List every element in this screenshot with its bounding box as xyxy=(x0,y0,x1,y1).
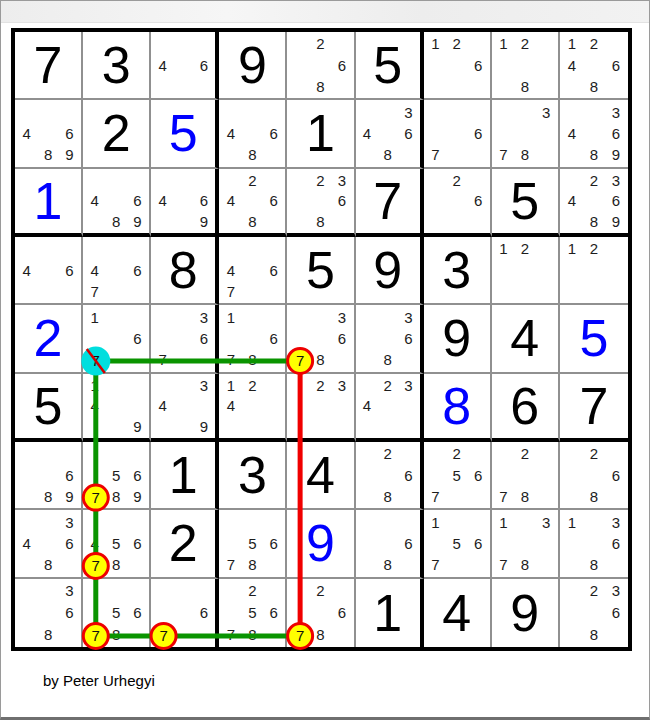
candidate-grid: 5678 xyxy=(84,580,148,646)
candidate-4: 4 xyxy=(84,533,105,554)
candidate-3: 3 xyxy=(536,511,557,532)
candidate-6: 6 xyxy=(467,123,488,144)
cell-r1c4[interactable]: 9 xyxy=(219,32,287,100)
candidate-3: 3 xyxy=(194,375,215,396)
candidate-2: 2 xyxy=(242,375,263,396)
cell-r7c8[interactable]: 278 xyxy=(492,442,560,510)
candidate-7: 7 xyxy=(288,349,309,370)
window-top-strip xyxy=(1,1,649,23)
candidate-8: 8 xyxy=(583,144,605,165)
candidate-6: 6 xyxy=(263,190,284,211)
cell-r5c7[interactable]: 9 xyxy=(424,305,492,373)
candidate-5: 5 xyxy=(105,602,126,624)
candidate-4: 4 xyxy=(84,190,105,211)
value-digit: 2 xyxy=(15,305,81,371)
cell-r7c3[interactable]: 1 xyxy=(151,442,219,510)
cell-r4c5[interactable]: 5 xyxy=(287,237,355,305)
candidate-grid: 278 xyxy=(493,443,557,507)
candidate-2: 2 xyxy=(446,33,467,54)
cell-r2c5[interactable]: 1 xyxy=(287,100,355,168)
cell-r1c8[interactable]: 128 xyxy=(492,32,560,100)
candidate-8: 8 xyxy=(377,554,398,575)
candidate-4: 4 xyxy=(357,395,378,416)
cell-r9c1[interactable]: 368 xyxy=(15,579,83,647)
cell-r1c2[interactable]: 3 xyxy=(83,32,151,100)
candidate-6: 6 xyxy=(194,602,215,624)
candidate-6: 6 xyxy=(127,328,148,349)
candidate-7: 7 xyxy=(493,486,514,507)
candidate-7: 7 xyxy=(84,281,105,302)
cell-r1c7[interactable]: 126 xyxy=(424,32,492,100)
candidate-8: 8 xyxy=(37,144,58,165)
candidate-8: 8 xyxy=(105,486,126,507)
cell-r6c4[interactable]: 124 xyxy=(219,374,287,442)
candidate-2: 2 xyxy=(446,443,467,464)
candidate-8: 8 xyxy=(105,554,126,575)
candidate-8: 8 xyxy=(583,486,605,507)
cell-r6c7[interactable]: 8 xyxy=(424,374,492,442)
cell-r8c8[interactable]: 1378 xyxy=(492,510,560,578)
candidate-grid: 1378 xyxy=(493,511,557,575)
candidate-grid: 368 xyxy=(16,580,80,646)
candidate-8: 8 xyxy=(242,624,263,646)
candidate-8: 8 xyxy=(377,486,398,507)
candidate-6: 6 xyxy=(605,123,627,144)
candidate-4: 4 xyxy=(152,395,173,416)
candidate-grid: 126 xyxy=(425,33,489,97)
candidate-2: 2 xyxy=(242,170,263,191)
cell-r3c2[interactable]: 4689 xyxy=(83,169,151,237)
candidate-grid: 349 xyxy=(152,375,214,437)
candidate-6: 6 xyxy=(127,533,148,554)
candidate-grid: 469 xyxy=(152,170,214,232)
candidate-5: 5 xyxy=(242,602,263,624)
candidate-6: 6 xyxy=(263,259,284,280)
candidate-grid: 46 xyxy=(152,33,214,97)
candidate-6: 6 xyxy=(59,123,80,144)
value-digit: 8 xyxy=(151,237,215,303)
candidate-2: 2 xyxy=(583,33,605,54)
value-digit: 2 xyxy=(83,100,149,166)
cell-r5c3[interactable]: 367 xyxy=(151,305,219,373)
cell-r9c4[interactable]: 25678 xyxy=(219,579,287,647)
candidate-3: 3 xyxy=(605,170,627,191)
cell-r4c3[interactable]: 8 xyxy=(151,237,219,305)
value-digit: 2 xyxy=(151,510,215,576)
candidate-7: 7 xyxy=(220,554,241,575)
cell-r3c6[interactable]: 7 xyxy=(356,169,424,237)
candidate-8: 8 xyxy=(105,211,126,232)
candidate-1: 1 xyxy=(561,511,583,532)
cell-r6c6[interactable]: 234 xyxy=(356,374,424,442)
cell-r1c6[interactable]: 5 xyxy=(356,32,424,100)
candidate-4: 4 xyxy=(561,190,583,211)
cell-r2c9[interactable]: 34689 xyxy=(560,100,628,168)
candidate-6: 6 xyxy=(127,464,148,485)
candidate-grid: 1678 xyxy=(220,306,284,370)
candidate-grid: 67 xyxy=(425,101,489,165)
candidate-6: 6 xyxy=(263,602,284,624)
candidate-7: 7 xyxy=(220,349,241,370)
cell-r8c7[interactable]: 1567 xyxy=(424,510,492,578)
cell-r2c4[interactable]: 468 xyxy=(219,100,287,168)
cell-r3c7[interactable]: 26 xyxy=(424,169,492,237)
cell-r1c5[interactable]: 268 xyxy=(287,32,355,100)
cell-r5c8[interactable]: 4 xyxy=(492,305,560,373)
candidate-grid: 689 xyxy=(16,443,80,507)
candidate-grid: 367 xyxy=(152,306,214,370)
candidate-5: 5 xyxy=(105,533,126,554)
cell-r2c2[interactable]: 2 xyxy=(83,100,151,168)
candidate-1: 1 xyxy=(493,33,514,54)
cell-r6c9[interactable]: 7 xyxy=(560,374,628,442)
candidate-8: 8 xyxy=(242,211,263,232)
candidate-6: 6 xyxy=(194,54,215,75)
cell-r7c6[interactable]: 268 xyxy=(356,442,424,510)
candidate-7: 7 xyxy=(84,486,105,507)
candidate-grid: 167 xyxy=(84,306,148,370)
candidate-3: 3 xyxy=(331,170,352,191)
cell-r6c8[interactable]: 6 xyxy=(492,374,560,442)
cell-r5c9[interactable]: 5 xyxy=(560,305,628,373)
cell-r2c7[interactable]: 67 xyxy=(424,100,492,168)
candidate-6: 6 xyxy=(398,464,419,485)
candidate-7: 7 xyxy=(288,624,309,646)
candidate-7: 7 xyxy=(152,349,173,370)
candidate-grid: 268 xyxy=(288,33,352,97)
candidate-grid: 467 xyxy=(220,238,284,302)
candidate-4: 4 xyxy=(561,54,583,75)
candidate-2: 2 xyxy=(583,170,605,191)
cell-r4c8[interactable]: 12 xyxy=(492,237,560,305)
cell-r7c7[interactable]: 2567 xyxy=(424,442,492,510)
candidate-4: 4 xyxy=(561,123,583,144)
cell-r3c4[interactable]: 2468 xyxy=(219,169,287,237)
candidate-8: 8 xyxy=(37,486,58,507)
candidate-6: 6 xyxy=(127,602,148,624)
candidate-8: 8 xyxy=(310,349,331,370)
cell-r9c9[interactable]: 2368 xyxy=(560,579,628,647)
cell-r4c2[interactable]: 467 xyxy=(83,237,151,305)
candidate-9: 9 xyxy=(127,416,148,437)
candidate-4: 4 xyxy=(220,190,241,211)
candidate-8: 8 xyxy=(310,211,331,232)
cell-r5c2[interactable]: 167 xyxy=(83,305,151,373)
candidate-8: 8 xyxy=(242,349,263,370)
candidate-6: 6 xyxy=(331,602,352,624)
value-digit: 4 xyxy=(424,579,490,647)
value-digit: 4 xyxy=(287,442,353,508)
candidate-6: 6 xyxy=(331,54,352,75)
candidate-4: 4 xyxy=(16,123,37,144)
candidate-2: 2 xyxy=(583,443,605,464)
candidate-6: 6 xyxy=(263,328,284,349)
candidate-6: 6 xyxy=(605,464,627,485)
value-digit: 1 xyxy=(356,579,420,647)
candidate-8: 8 xyxy=(583,554,605,575)
cell-r7c1[interactable]: 689 xyxy=(15,442,83,510)
cell-r6c3[interactable]: 349 xyxy=(151,374,219,442)
candidate-4: 4 xyxy=(220,395,241,416)
cell-r5c4[interactable]: 1678 xyxy=(219,305,287,373)
candidate-7: 7 xyxy=(425,144,446,165)
candidate-grid: 25678 xyxy=(220,580,284,646)
cell-r4c1[interactable]: 46 xyxy=(15,237,83,305)
candidate-8: 8 xyxy=(37,624,58,646)
cell-r4c4[interactable]: 467 xyxy=(219,237,287,305)
cell-r9c8[interactable]: 9 xyxy=(492,579,560,647)
candidate-3: 3 xyxy=(59,580,80,602)
candidate-grid: 68 xyxy=(357,511,419,575)
candidate-6: 6 xyxy=(467,533,488,554)
candidate-4: 4 xyxy=(357,123,378,144)
candidate-grid: 149 xyxy=(84,375,148,437)
candidate-5: 5 xyxy=(242,533,263,554)
cell-r9c2[interactable]: 5678 xyxy=(83,579,151,647)
cell-r9c5[interactable]: 2678 xyxy=(287,579,355,647)
candidate-9: 9 xyxy=(605,144,627,165)
candidate-6: 6 xyxy=(127,259,148,280)
candidate-3: 3 xyxy=(605,101,627,122)
candidate-5: 5 xyxy=(105,464,126,485)
value-digit: 9 xyxy=(424,305,490,371)
candidate-9: 9 xyxy=(605,211,627,232)
cell-r2c8[interactable]: 378 xyxy=(492,100,560,168)
candidate-7: 7 xyxy=(220,624,241,646)
candidate-8: 8 xyxy=(514,144,535,165)
candidate-grid: 4689 xyxy=(84,170,148,232)
value-digit: 5 xyxy=(356,32,420,98)
cell-r2c3[interactable]: 5 xyxy=(151,100,219,168)
candidate-9: 9 xyxy=(59,486,80,507)
candidate-6: 6 xyxy=(59,602,80,624)
candidate-1: 1 xyxy=(220,306,241,327)
candidate-3: 3 xyxy=(536,101,557,122)
cell-r7c9[interactable]: 268 xyxy=(560,442,628,510)
cell-r2c6[interactable]: 3468 xyxy=(356,100,424,168)
cell-r3c5[interactable]: 2368 xyxy=(287,169,355,237)
cell-r8c6[interactable]: 68 xyxy=(356,510,424,578)
candidate-grid: 268 xyxy=(357,443,419,507)
candidate-6: 6 xyxy=(467,464,488,485)
candidate-1: 1 xyxy=(493,238,514,259)
candidate-2: 2 xyxy=(446,170,467,191)
cell-r8c5[interactable]: 9 xyxy=(287,510,355,578)
cell-r5c5[interactable]: 3678 xyxy=(287,305,355,373)
value-digit: 9 xyxy=(356,237,420,303)
cell-r6c5[interactable]: 23 xyxy=(287,374,355,442)
candidate-2: 2 xyxy=(310,33,331,54)
cell-r8c2[interactable]: 45678 xyxy=(83,510,151,578)
candidate-3: 3 xyxy=(398,101,419,122)
candidate-grid: 124 xyxy=(220,375,284,437)
candidate-6: 6 xyxy=(467,190,488,211)
candidate-grid: 26 xyxy=(425,170,489,232)
candidate-2: 2 xyxy=(242,580,263,602)
candidate-8: 8 xyxy=(310,76,331,97)
candidate-2: 2 xyxy=(583,238,605,259)
cell-r7c2[interactable]: 56789 xyxy=(83,442,151,510)
candidate-9: 9 xyxy=(127,211,148,232)
candidate-grid: 12468 xyxy=(561,33,627,97)
candidate-8: 8 xyxy=(377,349,398,370)
candidate-5: 5 xyxy=(446,533,467,554)
candidate-8: 8 xyxy=(514,486,535,507)
value-digit: 5 xyxy=(492,169,558,233)
cell-r1c1[interactable]: 7 xyxy=(15,32,83,100)
candidate-4: 4 xyxy=(16,259,37,280)
candidate-8: 8 xyxy=(583,624,605,646)
candidate-3: 3 xyxy=(59,511,80,532)
candidate-7: 7 xyxy=(220,281,241,302)
puzzle-window: 7346926851261281246846892546813468673783… xyxy=(0,0,650,720)
cell-r8c4[interactable]: 5678 xyxy=(219,510,287,578)
candidate-grid: 468 xyxy=(220,101,284,165)
value-digit: 7 xyxy=(356,169,420,233)
candidate-2: 2 xyxy=(583,580,605,602)
cell-r3c1[interactable]: 1 xyxy=(15,169,83,237)
candidate-grid: 268 xyxy=(561,443,627,507)
candidate-7: 7 xyxy=(152,624,173,646)
value-digit: 5 xyxy=(15,374,81,438)
value-digit: 5 xyxy=(560,305,628,371)
candidate-2: 2 xyxy=(514,33,535,54)
candidate-7: 7 xyxy=(425,554,446,575)
candidate-9: 9 xyxy=(127,486,148,507)
candidate-1: 1 xyxy=(493,511,514,532)
candidate-2: 2 xyxy=(514,238,535,259)
candidate-1: 1 xyxy=(561,238,583,259)
candidate-6: 6 xyxy=(194,190,215,211)
candidate-2: 2 xyxy=(310,580,331,602)
sudoku-board[interactable]: 7346926851261281246846892546813468673783… xyxy=(11,28,632,651)
candidate-8: 8 xyxy=(377,144,398,165)
candidate-8: 8 xyxy=(583,76,605,97)
cell-r8c1[interactable]: 3468 xyxy=(15,510,83,578)
candidate-7: 7 xyxy=(84,554,105,575)
candidate-8: 8 xyxy=(310,624,331,646)
value-digit: 5 xyxy=(151,100,215,166)
candidate-1: 1 xyxy=(561,33,583,54)
candidate-6: 6 xyxy=(59,259,80,280)
cell-r4c6[interactable]: 9 xyxy=(356,237,424,305)
candidate-grid: 467 xyxy=(84,238,148,302)
candidate-grid: 2468 xyxy=(220,170,284,232)
cell-r9c6[interactable]: 1 xyxy=(356,579,424,647)
candidate-2: 2 xyxy=(377,443,398,464)
value-digit: 4 xyxy=(492,305,558,371)
value-digit: 6 xyxy=(492,374,558,438)
candidate-2: 2 xyxy=(310,375,331,396)
candidate-4: 4 xyxy=(220,123,241,144)
author-credit: by Peter Urhegyi xyxy=(43,672,155,689)
candidate-grid: 67 xyxy=(152,580,214,646)
candidate-grid: 12 xyxy=(561,238,627,302)
cell-r3c8[interactable]: 5 xyxy=(492,169,560,237)
candidate-grid: 2368 xyxy=(561,580,627,646)
candidate-2: 2 xyxy=(514,443,535,464)
candidate-2: 2 xyxy=(377,375,398,396)
candidate-5: 5 xyxy=(446,464,467,485)
candidate-grid: 1368 xyxy=(561,511,627,575)
candidate-grid: 2368 xyxy=(288,170,352,232)
value-digit: 7 xyxy=(15,32,81,98)
value-digit: 1 xyxy=(151,442,215,508)
candidate-6: 6 xyxy=(467,54,488,75)
value-digit: 5 xyxy=(287,237,353,303)
candidate-7: 7 xyxy=(84,349,105,370)
candidate-3: 3 xyxy=(331,375,352,396)
cell-r4c7[interactable]: 3 xyxy=(424,237,492,305)
cell-r2c1[interactable]: 4689 xyxy=(15,100,83,168)
candidate-grid: 128 xyxy=(493,33,557,97)
cell-r8c3[interactable]: 2 xyxy=(151,510,219,578)
candidate-grid: 12 xyxy=(493,238,557,302)
candidate-grid: 56789 xyxy=(84,443,148,507)
cell-r3c9[interactable]: 234689 xyxy=(560,169,628,237)
cell-r3c3[interactable]: 469 xyxy=(151,169,219,237)
value-digit: 1 xyxy=(15,169,81,233)
candidate-grid: 234 xyxy=(357,375,419,437)
candidate-3: 3 xyxy=(605,580,627,602)
value-digit: 3 xyxy=(83,32,149,98)
candidate-3: 3 xyxy=(331,306,352,327)
candidate-1: 1 xyxy=(220,375,241,396)
cell-r9c7[interactable]: 4 xyxy=(424,579,492,647)
candidate-3: 3 xyxy=(194,306,215,327)
candidate-4: 4 xyxy=(152,190,173,211)
cell-r6c2[interactable]: 149 xyxy=(83,374,151,442)
cell-r9c3[interactable]: 67 xyxy=(151,579,219,647)
cell-r4c9[interactable]: 12 xyxy=(560,237,628,305)
candidate-6: 6 xyxy=(127,190,148,211)
candidate-3: 3 xyxy=(605,511,627,532)
candidate-8: 8 xyxy=(514,554,535,575)
cell-r1c9[interactable]: 12468 xyxy=(560,32,628,100)
candidate-7: 7 xyxy=(425,486,446,507)
value-digit: 8 xyxy=(424,374,490,438)
cell-r6c1[interactable]: 5 xyxy=(15,374,83,442)
candidate-1: 1 xyxy=(84,375,105,396)
candidate-6: 6 xyxy=(263,123,284,144)
cell-r7c4[interactable]: 3 xyxy=(219,442,287,510)
candidate-8: 8 xyxy=(37,554,58,575)
cell-r5c1[interactable]: 2 xyxy=(15,305,83,373)
value-digit: 9 xyxy=(287,510,353,576)
candidate-grid: 3468 xyxy=(357,101,419,165)
candidate-grid: 368 xyxy=(357,306,419,370)
cell-r8c9[interactable]: 1368 xyxy=(560,510,628,578)
candidate-6: 6 xyxy=(59,533,80,554)
cell-r7c5[interactable]: 4 xyxy=(287,442,355,510)
cell-r5c6[interactable]: 368 xyxy=(356,305,424,373)
candidate-1: 1 xyxy=(425,33,446,54)
candidate-grid: 4689 xyxy=(16,101,80,165)
candidate-9: 9 xyxy=(194,211,215,232)
candidate-8: 8 xyxy=(514,76,535,97)
value-digit: 7 xyxy=(560,374,628,438)
candidate-9: 9 xyxy=(194,416,215,437)
candidate-4: 4 xyxy=(16,533,37,554)
candidate-3: 3 xyxy=(398,306,419,327)
value-digit: 9 xyxy=(219,32,285,98)
candidate-6: 6 xyxy=(331,328,352,349)
candidate-grid: 46 xyxy=(16,238,80,302)
candidate-grid: 378 xyxy=(493,101,557,165)
candidate-2: 2 xyxy=(310,170,331,191)
candidate-1: 1 xyxy=(425,511,446,532)
cell-r1c3[interactable]: 46 xyxy=(151,32,219,100)
